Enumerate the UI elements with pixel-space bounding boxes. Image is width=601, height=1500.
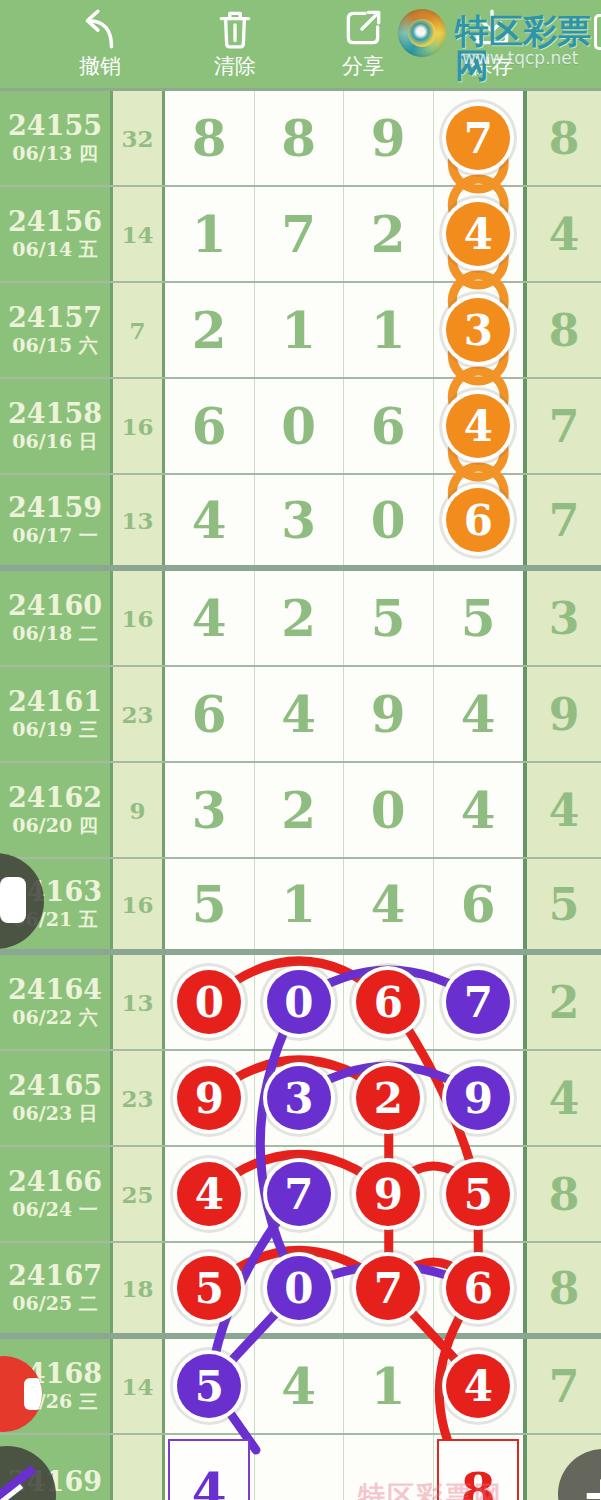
purple-circled-digit[interactable]: 0: [267, 1256, 331, 1320]
red-circled-digit[interactable]: 9: [356, 1162, 420, 1226]
table-row: 2416106/19 三2364949: [0, 667, 601, 763]
sum-count-cell: 16: [113, 859, 162, 949]
digit-cell[interactable]: 4: [165, 571, 255, 665]
cutoff-toolbar-icon[interactable]: [594, 14, 601, 50]
period-label: 2416706/25 二: [0, 1243, 110, 1333]
digit-cell[interactable]: 6: [165, 667, 255, 761]
sum-count-cell: 16: [113, 571, 162, 665]
digit-cell[interactable]: 4: [165, 475, 255, 565]
undo-button[interactable]: 撤销: [54, 5, 146, 80]
draw-date: 06/24 一: [12, 1197, 97, 1221]
extra-digit-cell[interactable]: 5: [527, 859, 601, 949]
clear-button[interactable]: 清除: [189, 5, 281, 80]
digit-cell[interactable]: 5: [434, 571, 524, 665]
digit-cell[interactable]: 7: [255, 187, 345, 281]
digit-cell[interactable]: 0: [344, 475, 434, 565]
plus-icon: +: [581, 1468, 601, 1500]
table-row: 2415606/14 五1417244: [0, 187, 601, 283]
extra-digit-cell[interactable]: 2: [527, 955, 601, 1049]
period-number: 24165: [8, 1071, 102, 1101]
period-number: 24166: [8, 1167, 102, 1197]
extra-digit-cell[interactable]: 7: [527, 475, 601, 565]
digit-cell[interactable]: 6: [434, 475, 524, 565]
extra-digit-cell[interactable]: 8: [527, 91, 601, 185]
digit: 1: [371, 1357, 406, 1416]
digit-cell[interactable]: 7: [434, 955, 524, 1049]
digit-cell[interactable]: 0: [344, 763, 434, 857]
digit: 5: [461, 589, 496, 648]
save-icon: [446, 5, 538, 51]
digit-cell[interactable]: 4: [165, 1435, 255, 1500]
sum-count-cell: 25: [113, 1147, 162, 1241]
red-circled-digit[interactable]: 2: [356, 1066, 420, 1130]
purple-circled-digit[interactable]: 7: [446, 970, 510, 1034]
digit-cell[interactable]: 0: [255, 1243, 345, 1333]
red-circled-digit[interactable]: 9: [177, 1066, 241, 1130]
table-row: 2416948: [0, 1435, 601, 1500]
extra-digit-cell[interactable]: 8: [527, 283, 601, 377]
extra-digit-cell[interactable]: 8: [527, 1147, 601, 1241]
save-label: 保存: [446, 52, 538, 80]
period-number: 24157: [8, 303, 102, 333]
digit: 4: [371, 875, 406, 934]
toolbar: 撤销 清除 分享: [0, 0, 601, 88]
sum-count-cell: 23: [113, 667, 162, 761]
digit-cell[interactable]: 4: [434, 667, 524, 761]
purple-circled-digit[interactable]: 0: [267, 970, 331, 1034]
digit: 2: [371, 205, 406, 264]
digit-cell[interactable]: 8: [255, 91, 345, 185]
draw-date: 06/18 二: [12, 621, 97, 645]
undo-icon: [54, 5, 146, 51]
draw-date: 06/20 四: [12, 813, 97, 837]
digit-cell[interactable]: 9: [344, 1147, 434, 1241]
extra-digit-cell[interactable]: 7: [527, 1339, 601, 1433]
undo-label: 撤销: [54, 52, 146, 80]
digit-cell[interactable]: 4: [434, 763, 524, 857]
orange-circled-digit[interactable]: 4: [446, 202, 510, 266]
digit-cell[interactable]: 3: [255, 1051, 345, 1145]
draw-date: 06/15 六: [12, 333, 97, 357]
digit-cell[interactable]: 4: [434, 379, 524, 473]
period-label: 2416606/24 一: [0, 1147, 110, 1241]
purple-boxed-digit[interactable]: 4: [168, 1439, 250, 1500]
digit-cell[interactable]: 0: [255, 955, 345, 1049]
digit-cell[interactable]: 5: [165, 1339, 255, 1433]
digit: 2: [192, 301, 227, 360]
digit: 1: [371, 301, 406, 360]
table-row: 2416006/18 二1642553: [0, 571, 601, 667]
digit-cell[interactable]: 9: [344, 667, 434, 761]
period-label: 2416406/22 六: [0, 955, 110, 1049]
digit-cell[interactable]: 4: [434, 187, 524, 281]
sum-count-cell: 9: [113, 763, 162, 857]
digit: 4: [192, 589, 227, 648]
digit-cell[interactable]: 6: [434, 1243, 524, 1333]
draw-date: 06/16 日: [12, 429, 97, 453]
draw-date: 06/22 六: [12, 1005, 97, 1029]
extra-digit-cell[interactable]: 4: [527, 1051, 601, 1145]
period-number: 24160: [8, 591, 102, 621]
digit: 4: [281, 1357, 316, 1416]
lottery-trend-chart-app: 撤销 清除 分享: [0, 0, 601, 1500]
period-number: 24156: [8, 207, 102, 237]
sum-count-cell: 16: [113, 379, 162, 473]
save-button[interactable]: 保存: [446, 5, 538, 80]
table-row: 2415506/13 四3288978: [0, 91, 601, 187]
period-number: 24161: [8, 687, 102, 717]
table-row: 2416606/24 一2547958: [0, 1147, 601, 1243]
digit: 7: [281, 205, 316, 264]
digit: 1: [192, 205, 227, 264]
period-number: 24162: [8, 783, 102, 813]
red-marker-icon: [24, 1378, 42, 1410]
red-circled-digit[interactable]: 6: [446, 1256, 510, 1320]
sum-count-cell: 7: [113, 283, 162, 377]
draw-date: 06/14 五: [12, 237, 97, 261]
digit-cell[interactable]: 2: [344, 1051, 434, 1145]
draw-date: 06/13 四: [12, 141, 97, 165]
draw-date: 06/23 日: [12, 1101, 97, 1125]
digit: 9: [371, 685, 406, 744]
period-label: 2416006/18 二: [0, 571, 110, 665]
orange-circled-digit[interactable]: 3: [446, 298, 510, 362]
period-label: 2416106/19 三: [0, 667, 110, 761]
digit-cell[interactable]: 3: [165, 763, 255, 857]
clear-label: 清除: [189, 52, 281, 80]
red-circled-digit[interactable]: 4: [177, 1162, 241, 1226]
digit: 2: [281, 589, 316, 648]
orange-circled-digit[interactable]: 7: [446, 106, 510, 170]
digit: 0: [371, 491, 406, 550]
sum-count-cell: 14: [113, 1339, 162, 1433]
digit-cell[interactable]: 4: [434, 1339, 524, 1433]
digit-cell[interactable]: 5: [165, 859, 255, 949]
orange-circled-digit[interactable]: 4: [446, 394, 510, 458]
period-number: 24164: [8, 975, 102, 1005]
digit: 0: [281, 397, 316, 456]
digit-cell[interactable]: 3: [434, 283, 524, 377]
sum-count-cell: 13: [113, 955, 162, 1049]
extra-digit-cell[interactable]: 4: [527, 763, 601, 857]
red-circled-digit[interactable]: 6: [356, 970, 420, 1034]
note-pad-icon: [0, 877, 26, 923]
digit-cell[interactable]: 0: [255, 379, 345, 473]
digit-cell[interactable]: 4: [255, 667, 345, 761]
digit-cell[interactable]: 2: [255, 571, 345, 665]
digit-cell[interactable]: 6: [434, 859, 524, 949]
digit: 3: [281, 491, 316, 550]
sum-count-cell: 14: [113, 187, 162, 281]
digit: 6: [371, 397, 406, 456]
digit: 4: [461, 781, 496, 840]
digit-cell[interactable]: 1: [255, 859, 345, 949]
digit-cell[interactable]: 5: [165, 1243, 255, 1333]
orange-circled-digit[interactable]: 6: [446, 488, 510, 552]
digit: 6: [461, 875, 496, 934]
table-row: 2416806/26 三1454147: [0, 1339, 601, 1435]
digit-cell[interactable]: 3: [255, 475, 345, 565]
digit-cell[interactable]: 4: [344, 859, 434, 949]
digit: 8: [192, 109, 227, 168]
digit: 6: [192, 397, 227, 456]
table-row: 2416706/25 二1850768: [0, 1243, 601, 1339]
extra-digit-cell[interactable]: 3: [527, 571, 601, 665]
table-row: 2416206/20 四932044: [0, 763, 601, 859]
digit-cell[interactable]: 1: [255, 283, 345, 377]
red-circled-digit[interactable]: 4: [446, 1354, 510, 1418]
red-circled-digit[interactable]: 0: [177, 970, 241, 1034]
period-label: 2415806/16 日: [0, 379, 110, 473]
digit-cell[interactable]: 5: [434, 1147, 524, 1241]
digit-cell[interactable]: 1: [165, 187, 255, 281]
share-label: 分享: [317, 52, 409, 80]
period-number: 24155: [8, 111, 102, 141]
table-row: 2415906/17 一1343067: [0, 475, 601, 571]
period-label: 2416506/23 日: [0, 1051, 110, 1145]
digit: 3: [192, 781, 227, 840]
digit-cell[interactable]: 9: [165, 1051, 255, 1145]
sum-count-cell: [113, 1435, 162, 1500]
digit: 9: [371, 109, 406, 168]
digit-cell[interactable]: 2: [255, 763, 345, 857]
digit: 1: [281, 301, 316, 360]
share-icon: [317, 5, 409, 51]
digit-cell[interactable]: 2: [344, 187, 434, 281]
digit-cell[interactable]: 0: [165, 955, 255, 1049]
period-number: 24167: [8, 1261, 102, 1291]
digit: 5: [371, 589, 406, 648]
digit-cell[interactable]: 5: [344, 571, 434, 665]
period-number: 24158: [8, 399, 102, 429]
digit-cell[interactable]: 7: [434, 91, 524, 185]
red-circled-digit[interactable]: 5: [177, 1256, 241, 1320]
digit-cell[interactable]: 2: [165, 283, 255, 377]
period-label: 2415706/15 六: [0, 283, 110, 377]
red-circled-digit[interactable]: 7: [356, 1256, 420, 1320]
digit-cell[interactable]: 7: [255, 1147, 345, 1241]
digit: 5: [192, 875, 227, 934]
digit-cell[interactable]: [255, 1435, 345, 1500]
period-label: 2415506/13 四: [0, 91, 110, 185]
period-number: 24159: [8, 493, 102, 523]
table-row: 2415806/16 日1660647: [0, 379, 601, 475]
purple-circled-digit[interactable]: 7: [267, 1162, 331, 1226]
digit: 4: [461, 685, 496, 744]
sum-count-cell: 13: [113, 475, 162, 565]
draw-date: 06/19 三: [12, 717, 97, 741]
red-circled-digit[interactable]: 5: [446, 1162, 510, 1226]
digit-cell[interactable]: 1: [344, 283, 434, 377]
trend-table: 2415506/13 四32889782415606/14 五141724424…: [0, 88, 601, 1500]
purple-circled-digit[interactable]: 9: [446, 1066, 510, 1130]
digit-cell[interactable]: 4: [165, 1147, 255, 1241]
purple-circled-digit[interactable]: 5: [177, 1354, 241, 1418]
period-label: 2416206/20 四: [0, 763, 110, 857]
purple-circled-digit[interactable]: 3: [267, 1066, 331, 1130]
digit: 2: [281, 781, 316, 840]
digit-cell[interactable]: 6: [344, 955, 434, 1049]
sum-count-cell: 32: [113, 91, 162, 185]
digit: 4: [192, 491, 227, 550]
sum-count-cell: 23: [113, 1051, 162, 1145]
digit-cell[interactable]: 8: [165, 91, 255, 185]
share-button[interactable]: 分享: [317, 5, 409, 80]
digit-cell[interactable]: 9: [434, 1051, 524, 1145]
digit: 0: [371, 781, 406, 840]
digit-cell[interactable]: 9: [344, 91, 434, 185]
trash-icon: [189, 5, 281, 51]
digit: 4: [281, 685, 316, 744]
digit-cell[interactable]: 6: [165, 379, 255, 473]
table-row: 2416406/22 六1300672: [0, 955, 601, 1051]
digit-cell[interactable]: 1: [344, 1339, 434, 1433]
digit: 8: [281, 109, 316, 168]
digit-cell[interactable]: 7: [344, 1243, 434, 1333]
bottom-watermark: 特区彩票网: [358, 1478, 503, 1500]
period-label: 2415606/14 五: [0, 187, 110, 281]
draw-date: 06/17 一: [12, 523, 97, 547]
sum-count-cell: 18: [113, 1243, 162, 1333]
digit-cell[interactable]: 4: [255, 1339, 345, 1433]
extra-digit-cell[interactable]: 4: [527, 187, 601, 281]
digit-cell[interactable]: 6: [344, 379, 434, 473]
table-row: 2415706/15 六721138: [0, 283, 601, 379]
table-row: 2416506/23 日2393294: [0, 1051, 601, 1147]
table-row: 2416306/21 五1651465: [0, 859, 601, 955]
extra-digit-cell[interactable]: 9: [527, 667, 601, 761]
draw-date: 06/25 二: [12, 1291, 97, 1315]
digit: 6: [192, 685, 227, 744]
extra-digit-cell[interactable]: 8: [527, 1243, 601, 1333]
digit: 1: [281, 875, 316, 934]
extra-digit-cell[interactable]: 7: [527, 379, 601, 473]
period-label: 2415906/17 一: [0, 475, 110, 565]
